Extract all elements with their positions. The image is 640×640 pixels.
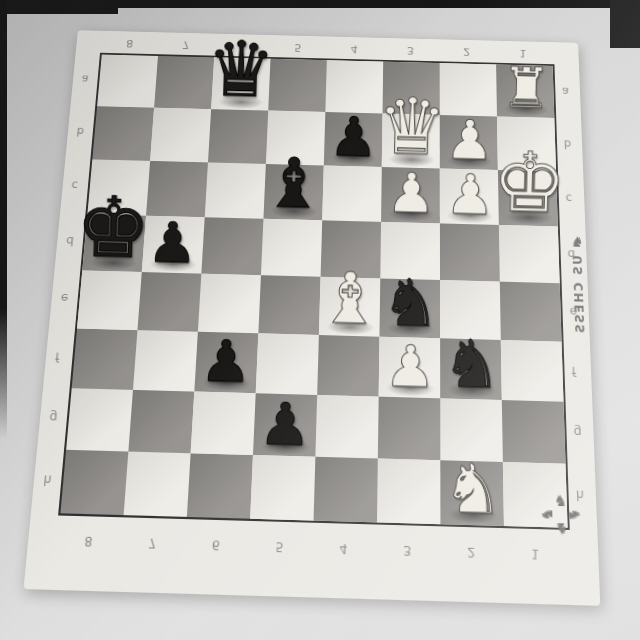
square-g3[interactable]: [378, 397, 441, 461]
square-e4[interactable]: ♝: [319, 277, 380, 337]
square-c5[interactable]: ♝: [263, 164, 323, 220]
rank-label-bottom-3: 3: [403, 543, 411, 559]
file-label-left-b: b: [76, 125, 84, 138]
square-a1[interactable]: ♜: [496, 65, 554, 118]
knight-icon: ♞: [555, 521, 569, 537]
square-f3[interactable]: ♟: [379, 337, 441, 399]
chessboard-scene: ♛♜♟♛♟♝♟♟♚♚♟♝♞♟♟♞♟♞ ♞ US CHESS ♞ ♞ ♞ ♞ aa…: [52, 8, 588, 586]
square-c7[interactable]: [146, 161, 208, 217]
square-f2[interactable]: ♞: [440, 338, 502, 400]
file-label-right-a: a: [562, 85, 569, 97]
square-g8[interactable]: [66, 388, 133, 451]
file-label-right-g: g: [574, 425, 582, 440]
rank-label-top-2: 2: [463, 46, 470, 58]
file-label-right-c: c: [565, 192, 572, 205]
black-pawn[interactable]: ♟: [199, 332, 252, 391]
square-e6[interactable]: [198, 274, 261, 334]
white-queen[interactable]: ♛: [376, 88, 447, 167]
photo-edge-left: [0, 0, 7, 440]
square-f1[interactable]: [501, 340, 564, 402]
square-a5[interactable]: [268, 59, 327, 112]
white-pawn[interactable]: ♟: [386, 165, 437, 221]
square-f7[interactable]: [133, 330, 198, 392]
square-h8[interactable]: [60, 450, 128, 515]
rank-label-top-8: 8: [126, 37, 134, 49]
square-d2[interactable]: [440, 223, 500, 281]
square-g6[interactable]: [191, 392, 256, 455]
rank-label-bottom-2: 2: [467, 544, 475, 560]
square-b4[interactable]: ♟: [324, 112, 383, 167]
square-g1[interactable]: [502, 400, 566, 464]
square-f4[interactable]: [317, 335, 379, 397]
square-c2[interactable]: ♟: [440, 168, 499, 225]
square-b8[interactable]: [92, 106, 154, 161]
square-e5[interactable]: [258, 275, 320, 335]
rank-label-top-4: 4: [350, 43, 357, 55]
square-f8[interactable]: [72, 328, 138, 389]
rank-label-bottom-6: 6: [211, 537, 220, 553]
black-pawn[interactable]: ♟: [329, 110, 379, 165]
square-c1[interactable]: ♚: [498, 170, 558, 227]
rank-label-bottom-4: 4: [339, 541, 347, 557]
square-f6[interactable]: ♟: [194, 332, 258, 394]
rank-label-bottom-8: 8: [84, 533, 93, 548]
file-label-left-e: e: [60, 291, 69, 305]
square-c4[interactable]: [322, 165, 382, 221]
square-d1[interactable]: [499, 225, 560, 283]
white-rook[interactable]: ♜: [501, 60, 552, 117]
square-b7[interactable]: [150, 108, 211, 163]
black-pawn[interactable]: ♟: [258, 395, 312, 455]
rank-label-top-3: 3: [407, 44, 414, 56]
photo-edge-top-right: [610, 0, 640, 48]
rank-label-bottom-5: 5: [275, 539, 284, 555]
rank-label-bottom-1: 1: [531, 546, 540, 562]
white-pawn[interactable]: ♟: [445, 113, 495, 168]
chess-board: ♛♜♟♛♟♝♟♟♚♚♟♝♞♟♟♞♟♞: [60, 55, 567, 528]
square-d8[interactable]: ♚: [82, 214, 146, 272]
square-f5[interactable]: [256, 333, 319, 395]
square-e7[interactable]: [137, 272, 201, 332]
file-label-right-h: h: [576, 487, 585, 502]
rank-label-top-7: 7: [182, 39, 190, 51]
white-bishop[interactable]: ♝: [318, 262, 383, 334]
square-d6[interactable]: [201, 217, 263, 275]
white-knight[interactable]: ♞: [442, 454, 505, 523]
us-chess-logo-text: US CHESS: [571, 255, 588, 335]
knight-icon: ♞: [568, 233, 587, 255]
square-e1[interactable]: [500, 282, 562, 342]
file-label-left-g: g: [49, 410, 58, 425]
square-h4[interactable]: [314, 457, 378, 523]
square-c3[interactable]: ♟: [381, 167, 440, 223]
square-c6[interactable]: [205, 162, 266, 218]
knight-icon: ♞: [567, 508, 582, 522]
black-king[interactable]: ♚: [75, 185, 152, 270]
rank-label-top-5: 5: [294, 42, 302, 54]
square-h5[interactable]: [250, 455, 315, 520]
black-pawn[interactable]: ♟: [147, 215, 198, 272]
white-king[interactable]: ♚: [491, 141, 567, 225]
file-label-left-h: h: [43, 472, 52, 487]
file-label-left-d: d: [66, 234, 75, 247]
square-g7[interactable]: [128, 390, 194, 453]
file-label-right-d: d: [567, 247, 575, 260]
vinyl-board-mat: ♛♜♟♛♟♝♟♟♚♚♟♝♞♟♟♞♟♞ ♞ US CHESS ♞ ♞ ♞ ♞ aa…: [23, 30, 600, 606]
square-a6[interactable]: ♛: [211, 57, 270, 110]
square-b6[interactable]: [208, 109, 268, 164]
square-h3[interactable]: [377, 459, 440, 525]
file-label-left-a: a: [81, 73, 89, 85]
file-label-left-f: f: [55, 350, 61, 364]
black-knight[interactable]: ♞: [442, 331, 503, 398]
black-queen[interactable]: ♛: [206, 31, 276, 109]
black-knight[interactable]: ♞: [381, 270, 441, 336]
white-pawn[interactable]: ♟: [445, 167, 496, 223]
file-label-right-f: f: [571, 364, 576, 378]
square-e8[interactable]: [77, 270, 142, 330]
square-d5[interactable]: [261, 219, 322, 277]
square-g4[interactable]: [315, 395, 378, 459]
rank-label-bottom-7: 7: [148, 535, 157, 551]
square-a8[interactable]: [97, 55, 158, 108]
square-h7[interactable]: [124, 452, 191, 517]
white-pawn[interactable]: ♟: [384, 337, 437, 396]
black-bishop[interactable]: ♝: [262, 148, 325, 218]
square-d7[interactable]: ♟: [142, 216, 205, 274]
square-g5[interactable]: ♟: [253, 393, 317, 457]
square-h2[interactable]: ♞: [440, 460, 504, 526]
square-h6[interactable]: [187, 453, 253, 518]
square-e3[interactable]: ♞: [379, 278, 440, 338]
